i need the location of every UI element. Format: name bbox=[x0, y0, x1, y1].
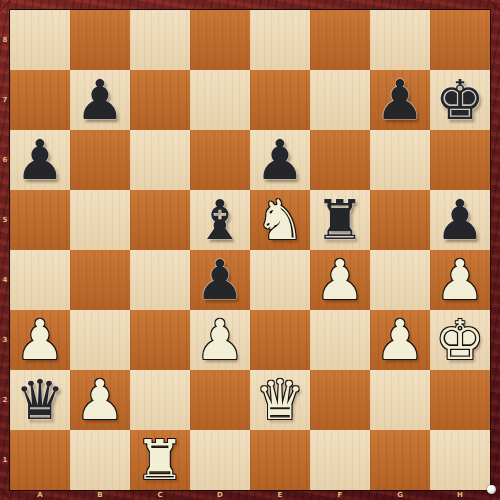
square-f2[interactable] bbox=[310, 370, 370, 430]
square-a6[interactable]: ♟ bbox=[10, 130, 70, 190]
square-a2[interactable]: ♛ bbox=[10, 370, 70, 430]
square-d6[interactable] bbox=[190, 130, 250, 190]
black-queen-a2[interactable]: ♛ bbox=[10, 370, 70, 430]
square-h4[interactable]: ♟ bbox=[430, 250, 490, 310]
square-g3[interactable]: ♟ bbox=[370, 310, 430, 370]
square-f8[interactable] bbox=[310, 10, 370, 70]
black-pawn-d4[interactable]: ♟ bbox=[190, 250, 250, 310]
rank-label-4: 4 bbox=[0, 250, 10, 310]
square-b1[interactable] bbox=[70, 430, 130, 490]
square-h6[interactable] bbox=[430, 130, 490, 190]
square-g1[interactable] bbox=[370, 430, 430, 490]
square-e7[interactable] bbox=[250, 70, 310, 130]
square-d8[interactable] bbox=[190, 10, 250, 70]
rank-label-7: 7 bbox=[0, 70, 10, 130]
square-e2[interactable]: ♛ bbox=[250, 370, 310, 430]
square-g2[interactable] bbox=[370, 370, 430, 430]
square-e1[interactable] bbox=[250, 430, 310, 490]
square-e5[interactable]: ♞ bbox=[250, 190, 310, 250]
square-d3[interactable]: ♟ bbox=[190, 310, 250, 370]
square-f3[interactable] bbox=[310, 310, 370, 370]
black-pawn-h5[interactable]: ♟ bbox=[430, 190, 490, 250]
square-c4[interactable] bbox=[130, 250, 190, 310]
file-label-a: A bbox=[10, 490, 70, 500]
rank-label-6: 6 bbox=[0, 130, 10, 190]
square-h2[interactable] bbox=[430, 370, 490, 430]
square-b3[interactable] bbox=[70, 310, 130, 370]
square-e4[interactable] bbox=[250, 250, 310, 310]
square-a5[interactable] bbox=[10, 190, 70, 250]
square-c2[interactable] bbox=[130, 370, 190, 430]
black-pawn-b7[interactable]: ♟ bbox=[70, 70, 130, 130]
square-f4[interactable]: ♟ bbox=[310, 250, 370, 310]
square-d4[interactable]: ♟ bbox=[190, 250, 250, 310]
frame-corner-miter bbox=[489, 0, 500, 11]
square-c8[interactable] bbox=[130, 10, 190, 70]
white-pawn-f4[interactable]: ♟ bbox=[310, 250, 370, 310]
square-d2[interactable] bbox=[190, 370, 250, 430]
square-c3[interactable] bbox=[130, 310, 190, 370]
white-pawn-g3[interactable]: ♟ bbox=[370, 310, 430, 370]
square-g8[interactable] bbox=[370, 10, 430, 70]
square-g7[interactable]: ♟ bbox=[370, 70, 430, 130]
rank-label-5: 5 bbox=[0, 190, 10, 250]
square-f1[interactable] bbox=[310, 430, 370, 490]
square-g6[interactable] bbox=[370, 130, 430, 190]
black-pawn-g7[interactable]: ♟ bbox=[370, 70, 430, 130]
file-label-g: G bbox=[370, 490, 430, 500]
white-king-h3[interactable]: ♚ bbox=[430, 310, 490, 370]
black-pawn-e6[interactable]: ♟ bbox=[250, 130, 310, 190]
rank-coordinates: 87654321 bbox=[0, 10, 10, 490]
square-e3[interactable] bbox=[250, 310, 310, 370]
square-a7[interactable] bbox=[10, 70, 70, 130]
file-label-b: B bbox=[70, 490, 130, 500]
square-c5[interactable] bbox=[130, 190, 190, 250]
square-g5[interactable] bbox=[370, 190, 430, 250]
square-f7[interactable] bbox=[310, 70, 370, 130]
square-b8[interactable] bbox=[70, 10, 130, 70]
white-knight-e5[interactable]: ♞ bbox=[250, 190, 310, 250]
square-d7[interactable] bbox=[190, 70, 250, 130]
square-c1[interactable]: ♜ bbox=[130, 430, 190, 490]
square-c6[interactable] bbox=[130, 130, 190, 190]
white-pawn-h4[interactable]: ♟ bbox=[430, 250, 490, 310]
square-b6[interactable] bbox=[70, 130, 130, 190]
file-label-f: F bbox=[310, 490, 370, 500]
square-a4[interactable] bbox=[10, 250, 70, 310]
white-queen-e2[interactable]: ♛ bbox=[250, 370, 310, 430]
rank-label-2: 2 bbox=[0, 370, 10, 430]
rank-label-8: 8 bbox=[0, 10, 10, 70]
chess-board[interactable]: ♟♟♚♟♟♝♞♜♟♟♟♟♟♟♟♚♛♟♛♜ bbox=[10, 10, 490, 490]
square-d5[interactable]: ♝ bbox=[190, 190, 250, 250]
square-g4[interactable] bbox=[370, 250, 430, 310]
file-label-e: E bbox=[250, 490, 310, 500]
black-bishop-d5[interactable]: ♝ bbox=[190, 190, 250, 250]
square-b5[interactable] bbox=[70, 190, 130, 250]
white-pawn-b2[interactable]: ♟ bbox=[70, 370, 130, 430]
square-h3[interactable]: ♚ bbox=[430, 310, 490, 370]
black-pawn-a6[interactable]: ♟ bbox=[10, 130, 70, 190]
square-b7[interactable]: ♟ bbox=[70, 70, 130, 130]
square-c7[interactable] bbox=[130, 70, 190, 130]
square-a8[interactable] bbox=[10, 10, 70, 70]
file-label-d: D bbox=[190, 490, 250, 500]
black-rook-f5[interactable]: ♜ bbox=[310, 190, 370, 250]
white-pawn-d3[interactable]: ♟ bbox=[190, 310, 250, 370]
file-label-c: C bbox=[130, 490, 190, 500]
square-f6[interactable] bbox=[310, 130, 370, 190]
square-h7[interactable]: ♚ bbox=[430, 70, 490, 130]
square-e6[interactable]: ♟ bbox=[250, 130, 310, 190]
white-to-move-indicator bbox=[487, 485, 496, 494]
square-h1[interactable] bbox=[430, 430, 490, 490]
square-b4[interactable] bbox=[70, 250, 130, 310]
square-a3[interactable]: ♟ bbox=[10, 310, 70, 370]
rank-label-1: 1 bbox=[0, 430, 10, 490]
square-e8[interactable] bbox=[250, 10, 310, 70]
square-h5[interactable]: ♟ bbox=[430, 190, 490, 250]
square-b2[interactable]: ♟ bbox=[70, 370, 130, 430]
black-king-h7[interactable]: ♚ bbox=[430, 70, 490, 130]
square-h8[interactable] bbox=[430, 10, 490, 70]
file-coordinates: ABCDEFGH bbox=[10, 490, 490, 500]
file-label-h: H bbox=[430, 490, 490, 500]
square-d1[interactable] bbox=[190, 430, 250, 490]
square-f5[interactable]: ♜ bbox=[310, 190, 370, 250]
rank-label-3: 3 bbox=[0, 310, 10, 370]
square-a1[interactable] bbox=[10, 430, 70, 490]
white-pawn-a3[interactable]: ♟ bbox=[10, 310, 70, 370]
white-rook-c1[interactable]: ♜ bbox=[130, 430, 190, 490]
